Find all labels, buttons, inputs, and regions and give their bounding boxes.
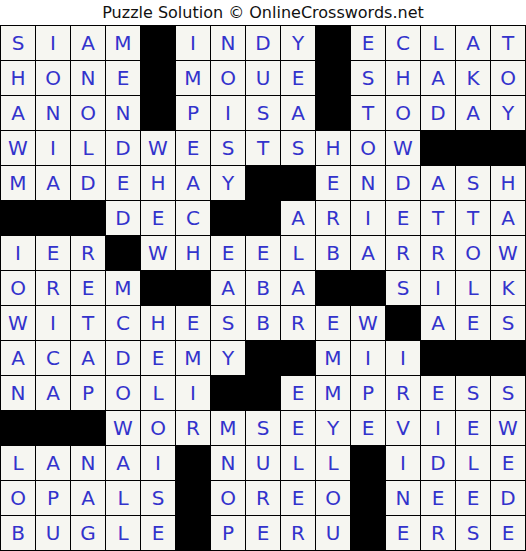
- letter-cell-r4c12: W: [386, 131, 420, 165]
- letter-cell-r15c7: P: [211, 516, 245, 550]
- letter-cell-r10c3: A: [71, 341, 105, 375]
- letter-cell-r15c10: U: [316, 516, 350, 550]
- letter-cell-r1c9: Y: [281, 26, 315, 60]
- letter-cell-r10c10: M: [316, 341, 350, 375]
- black-cell-r14c11: [351, 481, 385, 515]
- letter-cell-r7c10: B: [316, 236, 350, 270]
- letter-cell-r4c9: S: [281, 131, 315, 165]
- letter-cell-r12c10: Y: [316, 411, 350, 445]
- letter-cell-r12c5: O: [141, 411, 175, 445]
- letter-cell-r5c12: D: [386, 166, 420, 200]
- black-cell-r13c6: [176, 446, 210, 480]
- letter-cell-r7c1: I: [1, 236, 35, 270]
- black-cell-r10c15: [491, 341, 525, 375]
- letter-cell-r2c11: S: [351, 61, 385, 95]
- letter-cell-r7c2: E: [36, 236, 70, 270]
- letter-cell-r14c4: L: [106, 481, 140, 515]
- black-cell-r13c11: [351, 446, 385, 480]
- letter-cell-r1c11: E: [351, 26, 385, 60]
- letter-cell-r13c7: N: [211, 446, 245, 480]
- letter-cell-r3c3: O: [71, 96, 105, 130]
- letter-cell-r10c12: I: [386, 341, 420, 375]
- letter-cell-r1c15: T: [491, 26, 525, 60]
- black-cell-r10c8: [246, 341, 280, 375]
- letter-cell-r9c9: R: [281, 306, 315, 340]
- letter-cell-r2c2: O: [36, 61, 70, 95]
- letter-cell-r14c15: D: [491, 481, 525, 515]
- letter-cell-r12c13: I: [421, 411, 455, 445]
- letter-cell-r8c9: A: [281, 271, 315, 305]
- letter-cell-r13c10: L: [316, 446, 350, 480]
- letter-cell-r11c5: L: [141, 376, 175, 410]
- letter-cell-r14c1: O: [1, 481, 35, 515]
- letter-cell-r5c14: S: [456, 166, 490, 200]
- letter-cell-r3c11: T: [351, 96, 385, 130]
- letter-cell-r9c4: C: [106, 306, 140, 340]
- letter-cell-r4c10: H: [316, 131, 350, 165]
- letter-cell-r6c6: C: [176, 201, 210, 235]
- black-cell-r3c10: [316, 96, 350, 130]
- letter-cell-r13c12: I: [386, 446, 420, 480]
- letter-cell-r8c13: I: [421, 271, 455, 305]
- letter-cell-r2c13: A: [421, 61, 455, 95]
- letter-cell-r9c8: B: [246, 306, 280, 340]
- letter-cell-r3c13: D: [421, 96, 455, 130]
- letter-cell-r6c13: T: [421, 201, 455, 235]
- letter-cell-r13c9: L: [281, 446, 315, 480]
- letter-cell-r7c11: A: [351, 236, 385, 270]
- black-cell-r2c10: [316, 61, 350, 95]
- letter-cell-r8c15: K: [491, 271, 525, 305]
- letter-cell-r13c14: L: [456, 446, 490, 480]
- letter-cell-r3c2: N: [36, 96, 70, 130]
- letter-cell-r7c5: W: [141, 236, 175, 270]
- black-cell-r6c8: [246, 201, 280, 235]
- letter-cell-r5c2: A: [36, 166, 70, 200]
- black-cell-r8c5: [141, 271, 175, 305]
- letter-cell-r2c4: E: [106, 61, 140, 95]
- letter-cell-r5c11: N: [351, 166, 385, 200]
- letter-cell-r13c3: N: [71, 446, 105, 480]
- letter-cell-r15c4: L: [106, 516, 140, 550]
- black-cell-r15c6: [176, 516, 210, 550]
- letter-cell-r7c15: W: [491, 236, 525, 270]
- black-cell-r12c2: [36, 411, 70, 445]
- letter-cell-r13c4: A: [106, 446, 140, 480]
- letter-cell-r10c4: D: [106, 341, 140, 375]
- letter-cell-r3c4: N: [106, 96, 140, 130]
- letter-cell-r12c8: S: [246, 411, 280, 445]
- letter-cell-r12c9: E: [281, 411, 315, 445]
- letter-cell-r2c3: N: [71, 61, 105, 95]
- letter-cell-r2c7: O: [211, 61, 245, 95]
- letter-cell-r1c8: D: [246, 26, 280, 60]
- letter-cell-r1c12: C: [386, 26, 420, 60]
- letter-cell-r7c9: L: [281, 236, 315, 270]
- letter-cell-r13c15: E: [491, 446, 525, 480]
- letter-cell-r4c2: I: [36, 131, 70, 165]
- letter-cell-r5c5: H: [141, 166, 175, 200]
- letter-cell-r12c14: E: [456, 411, 490, 445]
- black-cell-r11c8: [246, 376, 280, 410]
- letter-cell-r5c3: D: [71, 166, 105, 200]
- letter-cell-r7c14: O: [456, 236, 490, 270]
- letter-cell-r9c7: S: [211, 306, 245, 340]
- letter-cell-r6c11: I: [351, 201, 385, 235]
- black-cell-r12c1: [1, 411, 35, 445]
- letter-cell-r2c9: E: [281, 61, 315, 95]
- letter-cell-r12c6: R: [176, 411, 210, 445]
- letter-cell-r1c3: A: [71, 26, 105, 60]
- letter-cell-r7c12: R: [386, 236, 420, 270]
- letter-cell-r7c7: E: [211, 236, 245, 270]
- letter-cell-r3c8: S: [246, 96, 280, 130]
- letter-cell-r7c3: R: [71, 236, 105, 270]
- letter-cell-r14c8: R: [246, 481, 280, 515]
- letter-cell-r6c5: E: [141, 201, 175, 235]
- black-cell-r1c10: [316, 26, 350, 60]
- letter-cell-r4c7: S: [211, 131, 245, 165]
- letter-cell-r10c7: Y: [211, 341, 245, 375]
- letter-cell-r1c6: I: [176, 26, 210, 60]
- black-cell-r11c7: [211, 376, 245, 410]
- letter-cell-r10c2: C: [36, 341, 70, 375]
- black-cell-r4c15: [491, 131, 525, 165]
- letter-cell-r6c9: A: [281, 201, 315, 235]
- letter-cell-r2c15: O: [491, 61, 525, 95]
- letter-cell-r15c8: E: [246, 516, 280, 550]
- letter-cell-r11c2: A: [36, 376, 70, 410]
- letter-cell-r8c12: S: [386, 271, 420, 305]
- letter-cell-r4c3: L: [71, 131, 105, 165]
- letter-cell-r9c11: W: [351, 306, 385, 340]
- letter-cell-r9c5: H: [141, 306, 175, 340]
- letter-cell-r2c6: M: [176, 61, 210, 95]
- letter-cell-r2c8: U: [246, 61, 280, 95]
- letter-cell-r6c12: E: [386, 201, 420, 235]
- black-cell-r6c3: [71, 201, 105, 235]
- letter-cell-r9c13: A: [421, 306, 455, 340]
- letter-cell-r4c5: W: [141, 131, 175, 165]
- letter-cell-r4c1: W: [1, 131, 35, 165]
- black-cell-r6c2: [36, 201, 70, 235]
- black-cell-r3c5: [141, 96, 175, 130]
- letter-cell-r12c11: E: [351, 411, 385, 445]
- letter-cell-r1c2: I: [36, 26, 70, 60]
- letter-cell-r8c8: B: [246, 271, 280, 305]
- letter-cell-r1c13: L: [421, 26, 455, 60]
- letter-cell-r9c15: S: [491, 306, 525, 340]
- letter-cell-r6c10: R: [316, 201, 350, 235]
- letter-cell-r11c6: I: [176, 376, 210, 410]
- letter-cell-r13c8: U: [246, 446, 280, 480]
- letter-cell-r12c15: W: [491, 411, 525, 445]
- letter-cell-r15c2: U: [36, 516, 70, 550]
- letter-cell-r14c2: P: [36, 481, 70, 515]
- letter-cell-r11c9: E: [281, 376, 315, 410]
- black-cell-r10c9: [281, 341, 315, 375]
- letter-cell-r6c15: A: [491, 201, 525, 235]
- letter-cell-r15c3: G: [71, 516, 105, 550]
- black-cell-r10c14: [456, 341, 490, 375]
- letter-cell-r7c13: R: [421, 236, 455, 270]
- letter-cell-r3c9: A: [281, 96, 315, 130]
- letter-cell-r5c1: M: [1, 166, 35, 200]
- letter-cell-r14c13: E: [421, 481, 455, 515]
- black-cell-r5c9: [281, 166, 315, 200]
- letter-cell-r3c1: A: [1, 96, 35, 130]
- letter-cell-r3c15: Y: [491, 96, 525, 130]
- black-cell-r7c4: [106, 236, 140, 270]
- letter-cell-r8c7: A: [211, 271, 245, 305]
- crossword-grid: SIAMINDYECLATHONEMOUESHAKOANONPISATODAYW…: [0, 25, 526, 551]
- letter-cell-r3c6: P: [176, 96, 210, 130]
- letter-cell-r9c10: E: [316, 306, 350, 340]
- letter-cell-r14c10: O: [316, 481, 350, 515]
- letter-cell-r4c8: T: [246, 131, 280, 165]
- letter-cell-r5c6: A: [176, 166, 210, 200]
- black-cell-r1c5: [141, 26, 175, 60]
- letter-cell-r5c15: H: [491, 166, 525, 200]
- letter-cell-r1c14: A: [456, 26, 490, 60]
- letter-cell-r9c6: E: [176, 306, 210, 340]
- letter-cell-r15c9: R: [281, 516, 315, 550]
- letter-cell-r14c12: N: [386, 481, 420, 515]
- letter-cell-r10c6: M: [176, 341, 210, 375]
- letter-cell-r11c3: P: [71, 376, 105, 410]
- black-cell-r8c11: [351, 271, 385, 305]
- letter-cell-r15c1: B: [1, 516, 35, 550]
- black-cell-r12c3: [71, 411, 105, 445]
- black-cell-r10c13: [421, 341, 455, 375]
- letter-cell-r7c8: E: [246, 236, 280, 270]
- letter-cell-r3c14: A: [456, 96, 490, 130]
- letter-cell-r4c4: D: [106, 131, 140, 165]
- letter-cell-r11c10: M: [316, 376, 350, 410]
- letter-cell-r14c9: E: [281, 481, 315, 515]
- letter-cell-r11c4: O: [106, 376, 140, 410]
- letter-cell-r2c12: H: [386, 61, 420, 95]
- letter-cell-r15c14: S: [456, 516, 490, 550]
- letter-cell-r2c1: H: [1, 61, 35, 95]
- letter-cell-r14c3: A: [71, 481, 105, 515]
- letter-cell-r12c12: V: [386, 411, 420, 445]
- black-cell-r9c12: [386, 306, 420, 340]
- letter-cell-r14c5: S: [141, 481, 175, 515]
- black-cell-r4c13: [421, 131, 455, 165]
- letter-cell-r8c3: E: [71, 271, 105, 305]
- letter-cell-r3c7: I: [211, 96, 245, 130]
- letter-cell-r8c4: M: [106, 271, 140, 305]
- letter-cell-r2c14: K: [456, 61, 490, 95]
- black-cell-r6c7: [211, 201, 245, 235]
- letter-cell-r14c14: E: [456, 481, 490, 515]
- letter-cell-r8c14: L: [456, 271, 490, 305]
- letter-cell-r11c1: N: [1, 376, 35, 410]
- letter-cell-r12c4: W: [106, 411, 140, 445]
- letter-cell-r15c12: E: [386, 516, 420, 550]
- letter-cell-r7c6: H: [176, 236, 210, 270]
- letter-cell-r14c7: O: [211, 481, 245, 515]
- letter-cell-r9c3: T: [71, 306, 105, 340]
- letter-cell-r1c7: N: [211, 26, 245, 60]
- page-title: Puzzle Solution © OnlineCrosswords.net: [0, 0, 526, 25]
- letter-cell-r15c13: R: [421, 516, 455, 550]
- letter-cell-r5c4: E: [106, 166, 140, 200]
- black-cell-r8c6: [176, 271, 210, 305]
- letter-cell-r12c7: M: [211, 411, 245, 445]
- letter-cell-r10c5: E: [141, 341, 175, 375]
- letter-cell-r6c4: D: [106, 201, 140, 235]
- letter-cell-r15c15: E: [491, 516, 525, 550]
- letter-cell-r10c1: A: [1, 341, 35, 375]
- letter-cell-r1c1: S: [1, 26, 35, 60]
- black-cell-r15c11: [351, 516, 385, 550]
- letter-cell-r11c12: R: [386, 376, 420, 410]
- letter-cell-r13c5: I: [141, 446, 175, 480]
- letter-cell-r6c14: T: [456, 201, 490, 235]
- letter-cell-r9c1: W: [1, 306, 35, 340]
- black-cell-r6c1: [1, 201, 35, 235]
- black-cell-r8c10: [316, 271, 350, 305]
- letter-cell-r13c1: L: [1, 446, 35, 480]
- letter-cell-r13c2: A: [36, 446, 70, 480]
- letter-cell-r9c2: I: [36, 306, 70, 340]
- letter-cell-r11c11: P: [351, 376, 385, 410]
- letter-cell-r5c13: A: [421, 166, 455, 200]
- black-cell-r14c6: [176, 481, 210, 515]
- letter-cell-r8c2: R: [36, 271, 70, 305]
- letter-cell-r11c13: E: [421, 376, 455, 410]
- black-cell-r4c14: [456, 131, 490, 165]
- letter-cell-r9c14: E: [456, 306, 490, 340]
- letter-cell-r4c11: O: [351, 131, 385, 165]
- letter-cell-r13c13: D: [421, 446, 455, 480]
- letter-cell-r5c10: E: [316, 166, 350, 200]
- black-cell-r2c5: [141, 61, 175, 95]
- letter-cell-r4c6: E: [176, 131, 210, 165]
- letter-cell-r15c5: E: [141, 516, 175, 550]
- letter-cell-r1c4: M: [106, 26, 140, 60]
- black-cell-r5c8: [246, 166, 280, 200]
- letter-cell-r3c12: O: [386, 96, 420, 130]
- letter-cell-r11c15: S: [491, 376, 525, 410]
- letter-cell-r5c7: Y: [211, 166, 245, 200]
- letter-cell-r8c1: O: [1, 271, 35, 305]
- letter-cell-r10c11: I: [351, 341, 385, 375]
- letter-cell-r11c14: S: [456, 376, 490, 410]
